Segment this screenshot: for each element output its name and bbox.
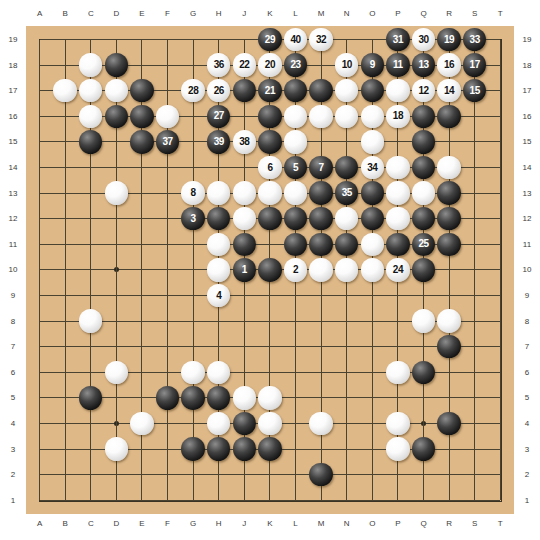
intersection-J19[interactable] [232,27,258,53]
intersection-N18[interactable]: 10 [334,52,360,78]
intersection-J17[interactable] [232,78,258,104]
intersection-S5[interactable] [462,385,488,411]
intersection-D17[interactable] [104,78,130,104]
intersection-J12[interactable] [232,206,258,232]
intersection-L16[interactable] [283,104,309,130]
intersection-Q15[interactable] [411,129,437,155]
intersection-R3[interactable] [436,436,462,462]
intersection-E3[interactable] [129,436,155,462]
intersection-R14[interactable] [436,155,462,181]
intersection-S4[interactable] [462,411,488,437]
intersection-A13[interactable] [27,180,53,206]
intersection-Q7[interactable] [411,334,437,360]
intersection-H14[interactable] [206,155,232,181]
intersection-K14[interactable]: 6 [257,155,283,181]
intersection-A18[interactable] [27,52,53,78]
intersection-C8[interactable] [78,308,104,334]
intersection-O6[interactable] [360,360,386,386]
intersection-L8[interactable] [283,308,309,334]
intersection-T7[interactable] [487,334,513,360]
intersection-N13[interactable]: 35 [334,180,360,206]
intersection-P5[interactable] [385,385,411,411]
intersection-L2[interactable] [283,462,309,488]
intersection-J8[interactable] [232,308,258,334]
intersection-R10[interactable] [436,257,462,283]
intersection-D19[interactable] [104,27,130,53]
intersection-J9[interactable] [232,283,258,309]
intersection-H16[interactable]: 27 [206,104,232,130]
intersection-P1[interactable] [385,487,411,513]
intersection-F5[interactable] [155,385,181,411]
intersection-Q8[interactable] [411,308,437,334]
intersection-T15[interactable] [487,129,513,155]
intersection-P18[interactable]: 11 [385,52,411,78]
intersection-D3[interactable] [104,436,130,462]
intersection-T17[interactable] [487,78,513,104]
intersection-E18[interactable] [129,52,155,78]
intersection-B15[interactable] [52,129,78,155]
intersection-J10[interactable]: 1 [232,257,258,283]
intersection-A7[interactable] [27,334,53,360]
intersection-B18[interactable] [52,52,78,78]
intersection-O5[interactable] [360,385,386,411]
intersection-S7[interactable] [462,334,488,360]
intersection-K11[interactable] [257,232,283,258]
intersection-N1[interactable] [334,487,360,513]
intersection-P2[interactable] [385,462,411,488]
intersection-R13[interactable] [436,180,462,206]
intersection-F1[interactable] [155,487,181,513]
intersection-D15[interactable] [104,129,130,155]
intersection-K5[interactable] [257,385,283,411]
intersection-D12[interactable] [104,206,130,232]
intersection-N16[interactable] [334,104,360,130]
intersection-K2[interactable] [257,462,283,488]
intersection-O17[interactable] [360,78,386,104]
intersection-G14[interactable] [180,155,206,181]
intersection-F19[interactable] [155,27,181,53]
intersection-P6[interactable] [385,360,411,386]
intersection-D16[interactable] [104,104,130,130]
intersection-K16[interactable] [257,104,283,130]
intersection-P14[interactable] [385,155,411,181]
intersection-F15[interactable]: 37 [155,129,181,155]
intersection-R7[interactable] [436,334,462,360]
intersection-O9[interactable] [360,283,386,309]
intersection-C14[interactable] [78,155,104,181]
intersection-O16[interactable] [360,104,386,130]
intersection-G11[interactable] [180,232,206,258]
intersection-M15[interactable] [308,129,334,155]
intersection-Q13[interactable] [411,180,437,206]
intersection-D18[interactable] [104,52,130,78]
intersection-O4[interactable] [360,411,386,437]
intersection-G15[interactable] [180,129,206,155]
intersection-C2[interactable] [78,462,104,488]
intersection-S17[interactable]: 15 [462,78,488,104]
intersection-P3[interactable] [385,436,411,462]
intersection-J18[interactable]: 22 [232,52,258,78]
intersection-E16[interactable] [129,104,155,130]
intersection-L10[interactable]: 2 [283,257,309,283]
intersection-L5[interactable] [283,385,309,411]
intersection-T16[interactable] [487,104,513,130]
intersection-M2[interactable] [308,462,334,488]
intersection-F8[interactable] [155,308,181,334]
intersection-P11[interactable] [385,232,411,258]
intersection-O3[interactable] [360,436,386,462]
intersection-C13[interactable] [78,180,104,206]
intersection-S12[interactable] [462,206,488,232]
intersection-E2[interactable] [129,462,155,488]
intersection-K15[interactable] [257,129,283,155]
intersection-R8[interactable] [436,308,462,334]
intersection-B9[interactable] [52,283,78,309]
intersection-G12[interactable]: 3 [180,206,206,232]
intersection-J4[interactable] [232,411,258,437]
intersection-G17[interactable]: 28 [180,78,206,104]
intersection-L9[interactable] [283,283,309,309]
intersection-T10[interactable] [487,257,513,283]
intersection-L11[interactable] [283,232,309,258]
intersection-M3[interactable] [308,436,334,462]
intersection-F2[interactable] [155,462,181,488]
intersection-N12[interactable] [334,206,360,232]
intersection-N3[interactable] [334,436,360,462]
intersection-O13[interactable] [360,180,386,206]
intersection-N14[interactable] [334,155,360,181]
intersection-H13[interactable] [206,180,232,206]
intersection-E1[interactable] [129,487,155,513]
intersection-D6[interactable] [104,360,130,386]
intersection-M10[interactable] [308,257,334,283]
intersection-Q6[interactable] [411,360,437,386]
intersection-S10[interactable] [462,257,488,283]
intersection-H9[interactable]: 4 [206,283,232,309]
intersection-H3[interactable] [206,436,232,462]
intersection-C9[interactable] [78,283,104,309]
intersection-A11[interactable] [27,232,53,258]
intersection-T8[interactable] [487,308,513,334]
intersection-L7[interactable] [283,334,309,360]
intersection-O18[interactable]: 9 [360,52,386,78]
intersection-O14[interactable]: 34 [360,155,386,181]
intersection-S18[interactable]: 17 [462,52,488,78]
intersection-E4[interactable] [129,411,155,437]
intersection-R9[interactable] [436,283,462,309]
intersection-B10[interactable] [52,257,78,283]
intersection-K13[interactable] [257,180,283,206]
intersection-M19[interactable]: 32 [308,27,334,53]
intersection-R17[interactable]: 14 [436,78,462,104]
intersection-O1[interactable] [360,487,386,513]
intersection-P17[interactable] [385,78,411,104]
intersection-P15[interactable] [385,129,411,155]
intersection-G16[interactable] [180,104,206,130]
intersection-Q16[interactable] [411,104,437,130]
intersection-Q2[interactable] [411,462,437,488]
intersection-S11[interactable] [462,232,488,258]
intersection-E13[interactable] [129,180,155,206]
intersection-T19[interactable] [487,27,513,53]
intersection-G6[interactable] [180,360,206,386]
intersection-F7[interactable] [155,334,181,360]
intersection-J13[interactable] [232,180,258,206]
intersection-R6[interactable] [436,360,462,386]
intersection-D2[interactable] [104,462,130,488]
intersection-O11[interactable] [360,232,386,258]
intersection-B2[interactable] [52,462,78,488]
intersection-J2[interactable] [232,462,258,488]
intersection-N8[interactable] [334,308,360,334]
intersection-F10[interactable] [155,257,181,283]
intersection-R15[interactable] [436,129,462,155]
intersection-F9[interactable] [155,283,181,309]
intersection-L6[interactable] [283,360,309,386]
intersection-G9[interactable] [180,283,206,309]
intersection-E19[interactable] [129,27,155,53]
intersection-S2[interactable] [462,462,488,488]
intersection-N11[interactable] [334,232,360,258]
intersection-T2[interactable] [487,462,513,488]
intersection-E11[interactable] [129,232,155,258]
intersection-C16[interactable] [78,104,104,130]
intersection-G8[interactable] [180,308,206,334]
intersection-S1[interactable] [462,487,488,513]
intersection-H2[interactable] [206,462,232,488]
intersection-B19[interactable] [52,27,78,53]
intersection-F4[interactable] [155,411,181,437]
intersection-A4[interactable] [27,411,53,437]
intersection-A8[interactable] [27,308,53,334]
intersection-F13[interactable] [155,180,181,206]
intersection-M12[interactable] [308,206,334,232]
intersection-K6[interactable] [257,360,283,386]
intersection-F17[interactable] [155,78,181,104]
intersection-S13[interactable] [462,180,488,206]
intersection-B16[interactable] [52,104,78,130]
intersection-D10[interactable] [104,257,130,283]
intersection-C10[interactable] [78,257,104,283]
intersection-N6[interactable] [334,360,360,386]
intersection-E10[interactable] [129,257,155,283]
intersection-L3[interactable] [283,436,309,462]
intersection-R4[interactable] [436,411,462,437]
intersection-C15[interactable] [78,129,104,155]
intersection-T9[interactable] [487,283,513,309]
intersection-K4[interactable] [257,411,283,437]
intersection-Q11[interactable]: 25 [411,232,437,258]
intersection-F11[interactable] [155,232,181,258]
intersection-J15[interactable]: 38 [232,129,258,155]
intersection-S16[interactable] [462,104,488,130]
intersection-K3[interactable] [257,436,283,462]
intersection-G1[interactable] [180,487,206,513]
intersection-C7[interactable] [78,334,104,360]
intersection-M11[interactable] [308,232,334,258]
intersection-Q19[interactable]: 30 [411,27,437,53]
intersection-Q18[interactable]: 13 [411,52,437,78]
intersection-K8[interactable] [257,308,283,334]
intersection-J11[interactable] [232,232,258,258]
intersection-G5[interactable] [180,385,206,411]
intersection-H11[interactable] [206,232,232,258]
intersection-L17[interactable] [283,78,309,104]
intersection-B12[interactable] [52,206,78,232]
intersection-F6[interactable] [155,360,181,386]
intersection-A19[interactable] [27,27,53,53]
intersection-F16[interactable] [155,104,181,130]
intersection-H7[interactable] [206,334,232,360]
intersection-E5[interactable] [129,385,155,411]
intersection-R1[interactable] [436,487,462,513]
intersection-T11[interactable] [487,232,513,258]
intersection-R5[interactable] [436,385,462,411]
intersection-C12[interactable] [78,206,104,232]
intersection-A6[interactable] [27,360,53,386]
intersection-S8[interactable] [462,308,488,334]
intersection-G7[interactable] [180,334,206,360]
intersection-M7[interactable] [308,334,334,360]
intersection-H5[interactable] [206,385,232,411]
intersection-B8[interactable] [52,308,78,334]
intersection-D4[interactable] [104,411,130,437]
intersection-O19[interactable] [360,27,386,53]
intersection-L18[interactable]: 23 [283,52,309,78]
intersection-B14[interactable] [52,155,78,181]
intersection-Q4[interactable] [411,411,437,437]
intersection-S19[interactable]: 33 [462,27,488,53]
intersection-E15[interactable] [129,129,155,155]
intersection-Q9[interactable] [411,283,437,309]
intersection-R11[interactable] [436,232,462,258]
intersection-E8[interactable] [129,308,155,334]
intersection-H1[interactable] [206,487,232,513]
intersection-Q14[interactable] [411,155,437,181]
intersection-P19[interactable]: 31 [385,27,411,53]
intersection-J16[interactable] [232,104,258,130]
intersection-J3[interactable] [232,436,258,462]
intersection-D5[interactable] [104,385,130,411]
intersection-B1[interactable] [52,487,78,513]
intersection-B17[interactable] [52,78,78,104]
intersection-P4[interactable] [385,411,411,437]
intersection-G18[interactable] [180,52,206,78]
intersection-C5[interactable] [78,385,104,411]
intersection-G4[interactable] [180,411,206,437]
intersection-C18[interactable] [78,52,104,78]
intersection-D7[interactable] [104,334,130,360]
intersection-T4[interactable] [487,411,513,437]
intersection-R12[interactable] [436,206,462,232]
intersection-T1[interactable] [487,487,513,513]
intersection-D1[interactable] [104,487,130,513]
intersection-P9[interactable] [385,283,411,309]
intersection-N19[interactable] [334,27,360,53]
intersection-B3[interactable] [52,436,78,462]
intersection-O10[interactable] [360,257,386,283]
intersection-O2[interactable] [360,462,386,488]
intersection-G10[interactable] [180,257,206,283]
intersection-H6[interactable] [206,360,232,386]
intersection-F14[interactable] [155,155,181,181]
intersection-F12[interactable] [155,206,181,232]
intersection-J1[interactable] [232,487,258,513]
intersection-K12[interactable] [257,206,283,232]
intersection-Q3[interactable] [411,436,437,462]
intersection-N17[interactable] [334,78,360,104]
intersection-K1[interactable] [257,487,283,513]
intersection-E9[interactable] [129,283,155,309]
intersection-B5[interactable] [52,385,78,411]
intersection-E7[interactable] [129,334,155,360]
intersection-D8[interactable] [104,308,130,334]
intersection-N15[interactable] [334,129,360,155]
intersection-L15[interactable] [283,129,309,155]
intersection-O15[interactable] [360,129,386,155]
intersection-B4[interactable] [52,411,78,437]
intersection-T14[interactable] [487,155,513,181]
intersection-L19[interactable]: 40 [283,27,309,53]
intersection-P13[interactable] [385,180,411,206]
intersection-M14[interactable]: 7 [308,155,334,181]
intersection-M18[interactable] [308,52,334,78]
intersection-E17[interactable] [129,78,155,104]
intersection-L4[interactable] [283,411,309,437]
intersection-J14[interactable] [232,155,258,181]
intersection-A17[interactable] [27,78,53,104]
intersection-L12[interactable] [283,206,309,232]
intersection-L1[interactable] [283,487,309,513]
intersection-M16[interactable] [308,104,334,130]
intersection-B6[interactable] [52,360,78,386]
intersection-M8[interactable] [308,308,334,334]
intersection-T6[interactable] [487,360,513,386]
intersection-J5[interactable] [232,385,258,411]
intersection-K9[interactable] [257,283,283,309]
intersection-Q10[interactable] [411,257,437,283]
intersection-K10[interactable] [257,257,283,283]
intersection-R2[interactable] [436,462,462,488]
intersection-A10[interactable] [27,257,53,283]
intersection-E12[interactable] [129,206,155,232]
intersection-K18[interactable]: 20 [257,52,283,78]
intersection-M5[interactable] [308,385,334,411]
intersection-A16[interactable] [27,104,53,130]
intersection-C3[interactable] [78,436,104,462]
intersection-M9[interactable] [308,283,334,309]
intersection-G2[interactable] [180,462,206,488]
intersection-P10[interactable]: 24 [385,257,411,283]
intersection-H12[interactable] [206,206,232,232]
intersection-A12[interactable] [27,206,53,232]
intersection-F18[interactable] [155,52,181,78]
intersection-L14[interactable]: 5 [283,155,309,181]
intersection-L13[interactable] [283,180,309,206]
intersection-K17[interactable]: 21 [257,78,283,104]
intersection-A2[interactable] [27,462,53,488]
intersection-M6[interactable] [308,360,334,386]
intersection-F3[interactable] [155,436,181,462]
intersection-T5[interactable] [487,385,513,411]
intersection-M13[interactable] [308,180,334,206]
intersection-D11[interactable] [104,232,130,258]
intersection-O7[interactable] [360,334,386,360]
intersection-B13[interactable] [52,180,78,206]
intersection-P16[interactable]: 18 [385,104,411,130]
intersection-R19[interactable]: 19 [436,27,462,53]
intersection-N2[interactable] [334,462,360,488]
